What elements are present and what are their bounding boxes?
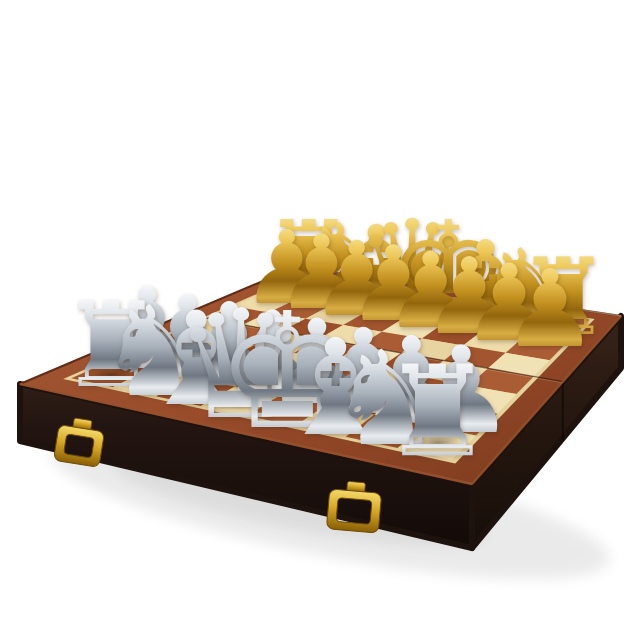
- chess-board: [0, 0, 640, 640]
- product-photo: ♜♞♝♛♚♝♞♜♟♟♟♟♟♟♟♟♟♟♟♟♟♟♟♟♜♞♝♛♚♝♞♜: [0, 0, 640, 640]
